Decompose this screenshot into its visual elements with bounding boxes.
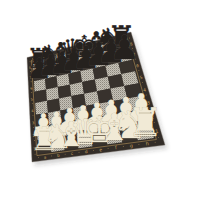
piece-white-rook-h1: ♜: [127, 99, 162, 145]
chessboard-scene: aa88bb77cc66dd55ee44ff33gg22hh11♜♞♝♛♚♝♞♜…: [0, 0, 200, 200]
border-tick-mark: [31, 92, 32, 93]
square-a5: [35, 90, 47, 104]
border-tick-mark: [142, 82, 143, 83]
piece-black-pawn-h7: ♟: [109, 28, 139, 67]
square-c5: [58, 85, 72, 99]
square-b5: [46, 87, 59, 101]
chess-set-product-photo: aa88bb77cc66dd55ee44ff33gg22hh11♜♞♝♛♚♝♞♜…: [0, 0, 200, 200]
border-tick-mark: [138, 70, 139, 71]
border-tick-mark: [32, 103, 33, 104]
square-d5: [70, 82, 84, 96]
